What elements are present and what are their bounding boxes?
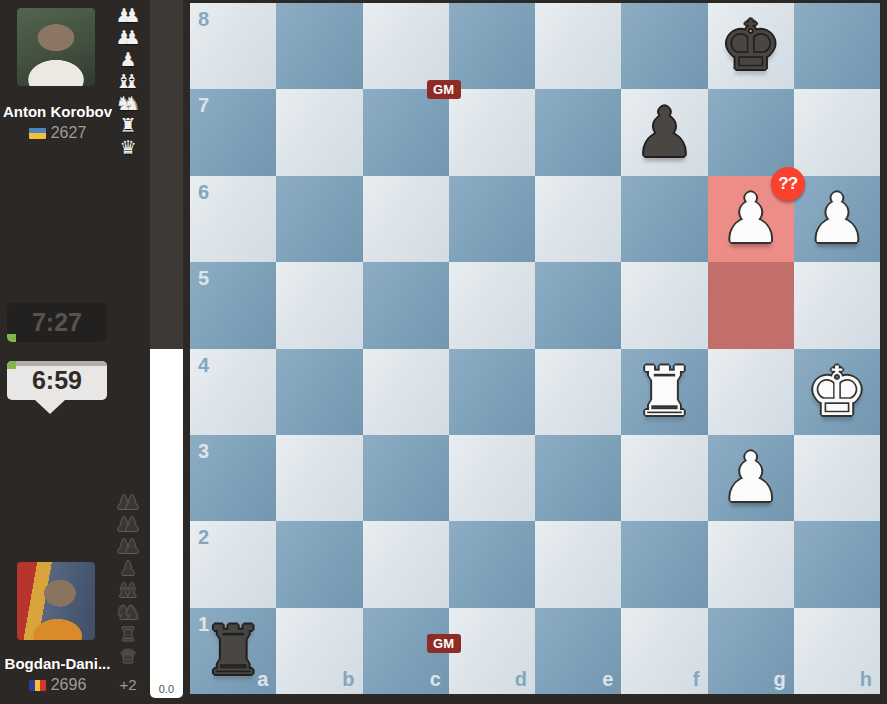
square-h1[interactable]: h <box>794 608 880 694</box>
ukraine-flag-icon <box>29 128 46 139</box>
square-f6[interactable] <box>621 176 707 262</box>
square-b4[interactable] <box>276 349 362 435</box>
square-e5[interactable] <box>535 262 621 348</box>
square-f5[interactable] <box>621 262 707 348</box>
square-e2[interactable] <box>535 521 621 607</box>
clock-bottom-time: 6:59 <box>32 366 82 395</box>
square-b5[interactable] <box>276 262 362 348</box>
square-h7[interactable] <box>794 89 880 175</box>
square-d6[interactable] <box>449 176 535 262</box>
square-c5[interactable] <box>363 262 449 348</box>
player-bottom-avatar[interactable] <box>17 562 95 640</box>
square-b3[interactable] <box>276 435 362 521</box>
square-g5[interactable] <box>708 262 794 348</box>
white-rook[interactable]: ♜ <box>621 349 707 435</box>
square-d4[interactable] <box>449 349 535 435</box>
captured-pawn-pair: ♟♟ <box>110 491 146 513</box>
square-e1[interactable]: e <box>535 608 621 694</box>
file-label-e: e <box>602 668 613 691</box>
square-g1[interactable]: g <box>708 608 794 694</box>
square-c8[interactable] <box>363 3 449 89</box>
captured-knight-pair: ♞♞ <box>110 601 146 623</box>
square-c4[interactable] <box>363 349 449 435</box>
square-d1[interactable]: d <box>449 608 535 694</box>
file-label-b: b <box>342 668 354 691</box>
captured-pawn-pair: ♟♟ <box>110 26 146 48</box>
clock-bottom-indicator <box>7 361 16 369</box>
square-d2[interactable] <box>449 521 535 607</box>
clock-bottom: 6:59 <box>7 361 107 400</box>
square-c2[interactable] <box>363 521 449 607</box>
square-g7[interactable] <box>708 89 794 175</box>
square-a3[interactable]: 3 <box>190 435 276 521</box>
square-g6[interactable]: ♟?? <box>708 176 794 262</box>
square-d5[interactable] <box>449 262 535 348</box>
player-bottom-rating-row: 2696 <box>0 676 115 694</box>
square-d7[interactable] <box>449 89 535 175</box>
eval-bar-black-segment <box>150 0 183 349</box>
file-label-c: c <box>430 668 441 691</box>
eval-bar-white-segment: 0.0 <box>150 349 183 698</box>
clock-top: 7:27 <box>7 303 107 342</box>
file-label-g: g <box>774 668 786 691</box>
square-c3[interactable] <box>363 435 449 521</box>
black-pawn[interactable]: ♟ <box>621 89 707 175</box>
square-f8[interactable] <box>621 3 707 89</box>
square-e4[interactable] <box>535 349 621 435</box>
file-label-f: f <box>693 668 700 691</box>
square-h3[interactable] <box>794 435 880 521</box>
square-a8[interactable]: 8 <box>190 3 276 89</box>
square-a7[interactable]: 7 <box>190 89 276 175</box>
white-pawn[interactable]: ♟ <box>708 435 794 521</box>
captured-rook: ♜ <box>110 114 146 136</box>
square-h6[interactable]: ♟ <box>794 176 880 262</box>
black-king[interactable]: ♚ <box>708 3 794 89</box>
rank-label-6: 6 <box>198 181 209 204</box>
material-advantage: +2 <box>110 676 146 693</box>
square-e6[interactable] <box>535 176 621 262</box>
captured-bishop-pair: ♝♝ <box>110 579 146 601</box>
square-e7[interactable] <box>535 89 621 175</box>
square-h5[interactable] <box>794 262 880 348</box>
square-f7[interactable]: ♟ <box>621 89 707 175</box>
black-rook[interactable]: ♜ <box>190 608 276 694</box>
rank-label-7: 7 <box>198 94 209 117</box>
square-b8[interactable] <box>276 3 362 89</box>
captured-queen: ♛ <box>110 645 146 667</box>
square-a1[interactable]: 1a♜ <box>190 608 276 694</box>
square-h8[interactable] <box>794 3 880 89</box>
captured-pawn: ♟ <box>110 557 146 579</box>
file-label-d: d <box>515 668 527 691</box>
file-label-h: h <box>860 668 872 691</box>
player-top-avatar[interactable] <box>17 8 95 86</box>
square-b1[interactable]: b <box>276 608 362 694</box>
square-a5[interactable]: 5 <box>190 262 276 348</box>
square-d8[interactable] <box>449 3 535 89</box>
captured-pawn-pair: ♟♟ <box>110 535 146 557</box>
square-g2[interactable] <box>708 521 794 607</box>
square-c6[interactable] <box>363 176 449 262</box>
square-c7[interactable] <box>363 89 449 175</box>
white-king[interactable]: ♚ <box>794 349 880 435</box>
player-bottom-rating: 2696 <box>51 676 87 694</box>
square-h4[interactable]: ♚ <box>794 349 880 435</box>
square-f1[interactable]: f <box>621 608 707 694</box>
blunder-badge: ?? <box>771 167 805 201</box>
white-pawn[interactable]: ♟ <box>794 176 880 262</box>
player-top-title-badge: GM <box>427 80 461 99</box>
square-b7[interactable] <box>276 89 362 175</box>
clock-top-indicator <box>7 334 16 342</box>
square-b6[interactable] <box>276 176 362 262</box>
square-h2[interactable] <box>794 521 880 607</box>
rank-label-4: 4 <box>198 354 209 377</box>
active-clock-pointer-icon <box>35 400 65 414</box>
square-d3[interactable] <box>449 435 535 521</box>
square-f3[interactable] <box>621 435 707 521</box>
clock-top-time: 7:27 <box>32 308 82 337</box>
rank-label-5: 5 <box>198 267 209 290</box>
captured-pawn: ♟ <box>110 48 146 70</box>
rank-label-8: 8 <box>198 8 209 31</box>
player-top-rating: 2627 <box>51 124 87 142</box>
rank-label-3: 3 <box>198 440 209 463</box>
square-g3[interactable]: ♟ <box>708 435 794 521</box>
player-top-rating-row: 2627 <box>0 124 115 142</box>
captured-pawn-pair: ♟♟ <box>110 4 146 26</box>
captured-pawn-pair: ♟♟ <box>110 513 146 535</box>
captured-pieces-bottom: ♟♟♟♟♟♟♟♝♝♞♞♜♛ <box>110 491 146 667</box>
clock-bottom-strip <box>7 361 107 366</box>
eval-bar-value: 0.0 <box>150 683 183 695</box>
square-a2[interactable]: 2 <box>190 521 276 607</box>
captured-rook: ♜ <box>110 623 146 645</box>
player-bottom-title-badge: GM <box>427 634 461 653</box>
square-b2[interactable] <box>276 521 362 607</box>
player-top-name[interactable]: Anton Korobov <box>0 103 115 120</box>
player-bottom-name[interactable]: Bogdan-Dani... <box>0 655 115 672</box>
eval-bar: 0.0 <box>150 0 183 698</box>
square-f2[interactable] <box>621 521 707 607</box>
square-a4[interactable]: 4 <box>190 349 276 435</box>
captured-knight-pair: ♞♞ <box>110 92 146 114</box>
captured-queen: ♛ <box>110 136 146 158</box>
captured-pieces-top: ♟♟♟♟♟♝♝♞♞♜♛ <box>110 4 146 158</box>
square-g8[interactable]: ♚ <box>708 3 794 89</box>
square-a6[interactable]: 6 <box>190 176 276 262</box>
romania-flag-icon <box>29 680 46 691</box>
chess-board[interactable]: 8♚7♟6♟??♟54♜♚3♟21a♜bcdefgh <box>190 3 880 694</box>
square-e3[interactable] <box>535 435 621 521</box>
rank-label-2: 2 <box>198 526 209 549</box>
square-e8[interactable] <box>535 3 621 89</box>
captured-bishop-pair: ♝♝ <box>110 70 146 92</box>
square-g4[interactable] <box>708 349 794 435</box>
square-f4[interactable]: ♜ <box>621 349 707 435</box>
